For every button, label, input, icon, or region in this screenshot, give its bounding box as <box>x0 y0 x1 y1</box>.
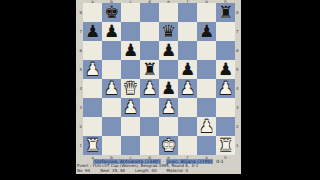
square-e2 <box>159 117 178 136</box>
square-d8 <box>140 3 159 22</box>
rank-label-1: 1 <box>236 136 242 155</box>
white-king-icon: ♚ <box>161 136 176 155</box>
game-result: 0-1 <box>216 159 223 164</box>
square-f7 <box>178 22 197 41</box>
square-f6 <box>178 41 197 60</box>
white-pawn-icon: ♟ <box>180 79 195 98</box>
square-e4: ♟ <box>159 79 178 98</box>
rank-label-1: 1 <box>76 136 82 155</box>
square-d5: ♜ <box>140 60 159 79</box>
square-b8: ♚ <box>102 3 121 22</box>
square-g6 <box>197 41 216 60</box>
square-d7 <box>140 22 159 41</box>
rank-labels-right: 87654321 <box>235 3 242 155</box>
square-e3: ♟ <box>159 98 178 117</box>
square-e5 <box>159 60 178 79</box>
rank-label-8: 8 <box>76 3 82 22</box>
square-c8 <box>121 3 140 22</box>
square-c7 <box>121 22 140 41</box>
rank-labels-left: 87654321 <box>76 3 83 155</box>
white-rook-icon: ♜ <box>218 136 233 155</box>
square-c1 <box>121 136 140 155</box>
square-g2: ♟ <box>197 117 216 136</box>
rank-label-4: 4 <box>76 79 82 98</box>
square-b1 <box>102 136 121 155</box>
square-b2 <box>102 117 121 136</box>
black-rook-icon: ♜ <box>218 3 233 22</box>
square-a3 <box>83 98 102 117</box>
rank-label-8: 8 <box>236 3 242 22</box>
square-e6: ♟ <box>159 41 178 60</box>
square-d2 <box>140 117 159 136</box>
square-h7 <box>216 22 235 41</box>
white-pawn-icon: ♟ <box>85 60 100 79</box>
square-f5: ♟ <box>178 60 197 79</box>
square-a5: ♟ <box>83 60 102 79</box>
white-rook-icon: ♜ <box>85 136 100 155</box>
white-pawn-icon: ♟ <box>218 79 233 98</box>
square-c3: ♟ <box>121 98 140 117</box>
white-pawn-icon: ♟ <box>199 117 214 136</box>
square-c6: ♟ <box>121 41 140 60</box>
board-panel: abcdefgh abcdefgh 87654321 87654321 ♚♜♟♟… <box>76 0 241 174</box>
square-h4: ♟ <box>216 79 235 98</box>
rank-label-5: 5 <box>76 60 82 79</box>
square-c5 <box>121 60 140 79</box>
square-c2 <box>121 117 140 136</box>
square-a2 <box>83 117 102 136</box>
chess-board: ♚♜♟♟♛♟♟♟♟♜♟♟♟♛♟♟♟♟♟♟♟♜♚♜ <box>83 3 235 155</box>
square-g1 <box>197 136 216 155</box>
black-pawn-icon: ♟ <box>161 79 176 98</box>
rank-label-2: 2 <box>236 117 242 136</box>
square-d1 <box>140 136 159 155</box>
square-b5 <box>102 60 121 79</box>
square-h8: ♜ <box>216 3 235 22</box>
rank-label-7: 7 <box>76 22 82 41</box>
square-g3 <box>197 98 216 117</box>
black-queen-icon: ♛ <box>161 22 176 41</box>
square-d6 <box>140 41 159 60</box>
square-h2 <box>216 117 235 136</box>
square-a1: ♜ <box>83 136 102 155</box>
square-a7: ♟ <box>83 22 102 41</box>
square-b6 <box>102 41 121 60</box>
black-pawn-icon: ♟ <box>85 22 100 41</box>
square-f4: ♟ <box>178 79 197 98</box>
white-pawn-icon: ♟ <box>123 98 138 117</box>
black-pawn-icon: ♟ <box>180 60 195 79</box>
square-e1: ♚ <box>159 136 178 155</box>
square-d3 <box>140 98 159 117</box>
square-d4: ♟ <box>140 79 159 98</box>
rank-label-3: 3 <box>76 98 82 117</box>
square-c4: ♛ <box>121 79 140 98</box>
black-pawn-icon: ♟ <box>104 22 119 41</box>
square-g7: ♟ <box>197 22 216 41</box>
square-b7: ♟ <box>102 22 121 41</box>
square-h3 <box>216 98 235 117</box>
square-f2 <box>178 117 197 136</box>
square-f3 <box>178 98 197 117</box>
square-f8 <box>178 3 197 22</box>
square-e7: ♛ <box>159 22 178 41</box>
square-g4 <box>197 79 216 98</box>
rank-label-7: 7 <box>236 22 242 41</box>
square-g5 <box>197 60 216 79</box>
square-h1: ♜ <box>216 136 235 155</box>
rank-label-5: 5 <box>236 60 242 79</box>
rank-label-3: 3 <box>236 98 242 117</box>
square-g8 <box>197 3 216 22</box>
square-e8 <box>159 3 178 22</box>
square-h6 <box>216 41 235 60</box>
black-pawn-icon: ♟ <box>161 41 176 60</box>
square-h5: ♟ <box>216 60 235 79</box>
black-pawn-icon: ♟ <box>123 41 138 60</box>
rank-label-4: 4 <box>236 79 242 98</box>
white-pawn-icon: ♟ <box>161 98 176 117</box>
white-pawn-icon: ♟ <box>142 79 157 98</box>
rank-label-6: 6 <box>236 41 242 60</box>
rank-label-2: 2 <box>76 117 82 136</box>
square-a4 <box>83 79 102 98</box>
square-b3 <box>102 98 121 117</box>
square-a6 <box>83 41 102 60</box>
white-pawn-icon: ♟ <box>104 79 119 98</box>
square-b4: ♟ <box>102 79 121 98</box>
black-rook-icon: ♜ <box>142 60 157 79</box>
square-a8 <box>83 3 102 22</box>
square-f1 <box>178 136 197 155</box>
black-pawn-icon: ♟ <box>218 60 233 79</box>
black-king-icon: ♚ <box>104 3 119 22</box>
rank-label-6: 6 <box>76 41 82 60</box>
white-queen-icon: ♛ <box>123 79 138 98</box>
game-stats-line: No 94 Next 35, 48 Length 40 Material 0 <box>77 169 188 174</box>
black-pawn-icon: ♟ <box>199 22 214 41</box>
